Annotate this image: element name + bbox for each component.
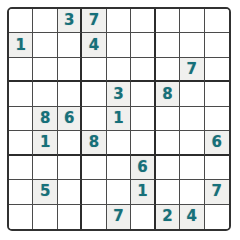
cell-r2c3[interactable]	[58, 33, 82, 57]
cell-r3c6[interactable]	[131, 58, 155, 82]
cell-r6c9[interactable]: 6	[205, 131, 229, 155]
cell-r6c5[interactable]	[107, 131, 131, 155]
cell-r5c3[interactable]: 6	[58, 107, 82, 131]
cell-r2c1[interactable]: 1	[9, 33, 33, 57]
cell-r7c2[interactable]	[33, 156, 57, 180]
cell-r3c7[interactable]	[156, 58, 180, 82]
cell-r1c4[interactable]: 7	[82, 9, 106, 33]
cell-r4c5[interactable]: 3	[107, 82, 131, 106]
cell-r7c1[interactable]	[9, 156, 33, 180]
sudoku-widget: 37147388611866517724	[0, 0, 240, 240]
cell-r5c5[interactable]: 1	[107, 107, 131, 131]
cell-r1c5[interactable]	[107, 9, 131, 33]
cell-r1c7[interactable]	[156, 9, 180, 33]
cell-r9c6[interactable]	[131, 205, 155, 229]
sudoku-board: 37147388611866517724	[7, 7, 231, 231]
cell-r4c9[interactable]	[205, 82, 229, 106]
cell-r9c9[interactable]	[205, 205, 229, 229]
cell-r7c8[interactable]	[180, 156, 204, 180]
cell-r7c5[interactable]	[107, 156, 131, 180]
cell-r1c8[interactable]	[180, 9, 204, 33]
cell-r7c9[interactable]	[205, 156, 229, 180]
cell-r4c6[interactable]	[131, 82, 155, 106]
cell-r2c4[interactable]: 4	[82, 33, 106, 57]
cell-r1c9[interactable]	[205, 9, 229, 33]
cell-r6c2[interactable]: 1	[33, 131, 57, 155]
cell-r4c2[interactable]	[33, 82, 57, 106]
cell-r4c3[interactable]	[58, 82, 82, 106]
cell-r3c9[interactable]	[205, 58, 229, 82]
cell-r5c9[interactable]	[205, 107, 229, 131]
cell-r9c3[interactable]	[58, 205, 82, 229]
cell-r5c6[interactable]	[131, 107, 155, 131]
cell-r5c4[interactable]	[82, 107, 106, 131]
cell-r4c7[interactable]: 8	[156, 82, 180, 106]
cell-r2c5[interactable]	[107, 33, 131, 57]
cell-r7c6[interactable]: 6	[131, 156, 155, 180]
cell-r8c5[interactable]	[107, 180, 131, 204]
cell-r6c1[interactable]	[9, 131, 33, 155]
cell-r9c8[interactable]: 4	[180, 205, 204, 229]
cell-r7c4[interactable]	[82, 156, 106, 180]
cell-r8c9[interactable]: 7	[205, 180, 229, 204]
cell-r1c2[interactable]	[33, 9, 57, 33]
cell-r4c4[interactable]	[82, 82, 106, 106]
cell-r9c7[interactable]: 2	[156, 205, 180, 229]
cell-r3c4[interactable]	[82, 58, 106, 82]
cell-r3c5[interactable]	[107, 58, 131, 82]
cell-r3c8[interactable]: 7	[180, 58, 204, 82]
cell-r6c3[interactable]	[58, 131, 82, 155]
cell-r9c4[interactable]	[82, 205, 106, 229]
cell-r2c9[interactable]	[205, 33, 229, 57]
cell-r8c6[interactable]: 1	[131, 180, 155, 204]
cell-r9c5[interactable]: 7	[107, 205, 131, 229]
cell-r5c1[interactable]	[9, 107, 33, 131]
cell-r7c3[interactable]	[58, 156, 82, 180]
cell-r5c7[interactable]	[156, 107, 180, 131]
cell-r5c8[interactable]	[180, 107, 204, 131]
cell-r8c1[interactable]	[9, 180, 33, 204]
cell-r1c6[interactable]	[131, 9, 155, 33]
cell-r6c8[interactable]	[180, 131, 204, 155]
cell-r6c4[interactable]: 8	[82, 131, 106, 155]
cell-r5c2[interactable]: 8	[33, 107, 57, 131]
cell-r3c1[interactable]	[9, 58, 33, 82]
cell-r1c3[interactable]: 3	[58, 9, 82, 33]
cell-r2c2[interactable]	[33, 33, 57, 57]
cell-r6c6[interactable]	[131, 131, 155, 155]
cell-r2c6[interactable]	[131, 33, 155, 57]
cell-r4c1[interactable]	[9, 82, 33, 106]
cell-r3c2[interactable]	[33, 58, 57, 82]
cell-r8c7[interactable]	[156, 180, 180, 204]
cell-r4c8[interactable]	[180, 82, 204, 106]
cell-r6c7[interactable]	[156, 131, 180, 155]
cell-r9c1[interactable]	[9, 205, 33, 229]
cell-r2c7[interactable]	[156, 33, 180, 57]
cell-r1c1[interactable]	[9, 9, 33, 33]
cell-r8c2[interactable]: 5	[33, 180, 57, 204]
cell-r8c3[interactable]	[58, 180, 82, 204]
cell-r3c3[interactable]	[58, 58, 82, 82]
cell-r2c8[interactable]	[180, 33, 204, 57]
cell-r8c8[interactable]	[180, 180, 204, 204]
cell-r9c2[interactable]	[33, 205, 57, 229]
cell-r8c4[interactable]	[82, 180, 106, 204]
cell-r7c7[interactable]	[156, 156, 180, 180]
